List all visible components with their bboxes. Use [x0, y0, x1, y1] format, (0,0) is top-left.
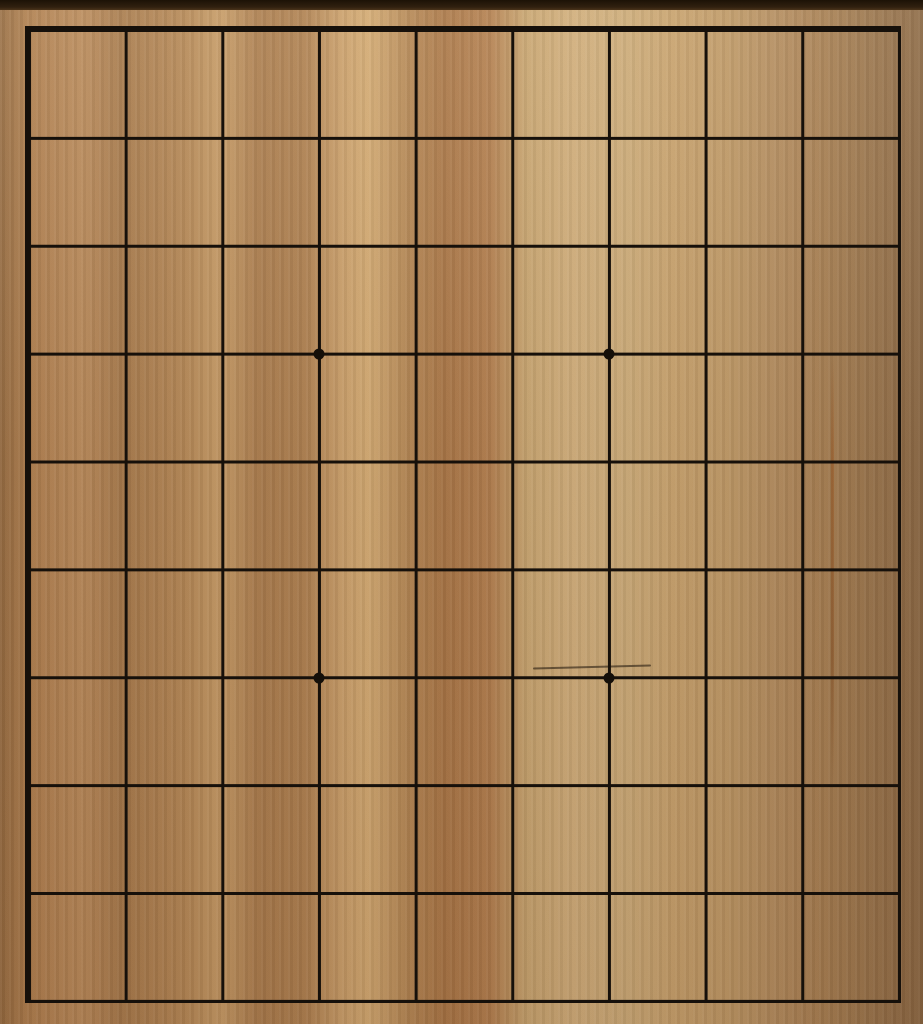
shogi-grid — [25, 26, 901, 1003]
hoshi-star-point — [314, 672, 325, 683]
wood-scratch — [533, 664, 651, 669]
wooden-shogi-board — [0, 0, 923, 1024]
hoshi-star-point — [604, 349, 615, 360]
hoshi-star-point — [314, 349, 325, 360]
board-top-edge — [0, 0, 923, 10]
hoshi-star-point — [604, 672, 615, 683]
